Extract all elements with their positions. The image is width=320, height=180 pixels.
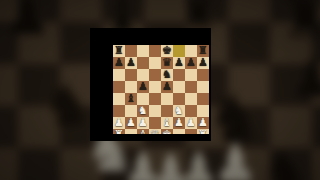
video-frame: ♟ ♝ ♜ ♜ ♞ ♞ ♟ ♞ ♟ ♟ ♟ ♟ ♞ ♜♚♜♟♟♛♟♟♟♞♟♟♝♞… — [0, 0, 320, 180]
square-c7[interactable] — [137, 57, 149, 69]
square-h7[interactable]: ♟ — [197, 57, 209, 69]
square-a6[interactable] — [113, 69, 125, 81]
black-pawn-c5[interactable]: ♟ — [137, 81, 149, 93]
square-b1[interactable] — [125, 129, 137, 134]
black-pawn-g7[interactable]: ♟ — [185, 57, 197, 69]
square-f1[interactable] — [173, 129, 185, 134]
white-rook-a1[interactable]: ♜ — [113, 129, 125, 134]
square-e5[interactable]: ♟ — [161, 81, 173, 93]
board-clip-window: ♜♚♜♟♟♛♟♟♟♞♟♟♝♞♞♟♟♟♝♟♟♟♜♝♛♚♜ — [113, 45, 209, 134]
square-c5[interactable]: ♟ — [137, 81, 149, 93]
square-h4[interactable] — [197, 93, 209, 105]
white-rook-h1[interactable]: ♜ — [197, 129, 209, 134]
square-g7[interactable]: ♟ — [185, 57, 197, 69]
black-pawn-a7[interactable]: ♟ — [113, 57, 125, 69]
square-b4[interactable]: ♝ — [125, 93, 137, 105]
square-g6[interactable] — [185, 69, 197, 81]
square-d8[interactable] — [149, 45, 161, 57]
square-a1[interactable]: ♜ — [113, 129, 125, 134]
black-bishop-b4[interactable]: ♝ — [125, 93, 137, 105]
white-pawn-f2[interactable]: ♟ — [173, 117, 185, 129]
square-c8[interactable] — [137, 45, 149, 57]
square-d7[interactable] — [149, 57, 161, 69]
black-pawn-f7[interactable]: ♟ — [173, 57, 185, 69]
black-pawn-h7[interactable]: ♟ — [197, 57, 209, 69]
square-g2[interactable]: ♟ — [185, 117, 197, 129]
square-c1[interactable]: ♝ — [137, 129, 149, 134]
square-e4[interactable] — [161, 93, 173, 105]
black-pawn-b7[interactable]: ♟ — [125, 57, 137, 69]
square-f5[interactable] — [173, 81, 185, 93]
square-d4[interactable] — [149, 93, 161, 105]
chess-board[interactable]: ♜♚♜♟♟♛♟♟♟♞♟♟♝♞♞♟♟♟♝♟♟♟♜♝♛♚♜ — [113, 45, 209, 134]
square-b2[interactable]: ♟ — [125, 117, 137, 129]
square-h1[interactable]: ♜ — [197, 129, 209, 134]
square-a7[interactable]: ♟ — [113, 57, 125, 69]
white-pawn-g2[interactable]: ♟ — [185, 117, 197, 129]
square-d1[interactable]: ♛ — [149, 129, 161, 134]
white-bishop-c1[interactable]: ♝ — [137, 129, 149, 134]
square-h6[interactable] — [197, 69, 209, 81]
square-a4[interactable] — [113, 93, 125, 105]
square-d6[interactable] — [149, 69, 161, 81]
white-queen-d1[interactable]: ♛ — [149, 129, 161, 134]
square-d5[interactable] — [149, 81, 161, 93]
square-f2[interactable]: ♟ — [173, 117, 185, 129]
square-b6[interactable] — [125, 69, 137, 81]
square-a5[interactable] — [113, 81, 125, 93]
white-king-e1[interactable]: ♚ — [161, 129, 173, 134]
white-pawn-b2[interactable]: ♟ — [125, 117, 137, 129]
square-g1[interactable] — [185, 129, 197, 134]
square-g4[interactable] — [185, 93, 197, 105]
square-d3[interactable] — [149, 105, 161, 117]
square-b7[interactable]: ♟ — [125, 57, 137, 69]
square-g5[interactable] — [185, 81, 197, 93]
square-f7[interactable]: ♟ — [173, 57, 185, 69]
square-e1[interactable]: ♚ — [161, 129, 173, 134]
square-h5[interactable] — [197, 81, 209, 93]
square-f6[interactable] — [173, 69, 185, 81]
black-pawn-e5[interactable]: ♟ — [161, 81, 173, 93]
